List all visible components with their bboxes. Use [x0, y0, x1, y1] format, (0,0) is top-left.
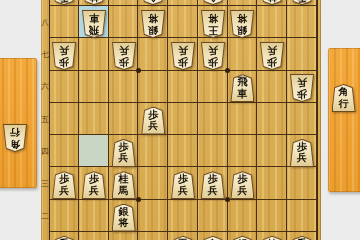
piece-pawn-gote[interactable]: 歩兵 [52, 171, 76, 199]
cell-3八[interactable] [109, 6, 139, 38]
piece-pawn-sente[interactable]: 歩兵 [171, 42, 195, 70]
piece-kanji: 歩兵 [82, 173, 106, 196]
sente-captured-stand[interactable] [0, 58, 37, 188]
piece-pawn-gote[interactable]: 歩兵 [171, 171, 195, 199]
piece-pawn-sente[interactable]: 歩兵 [112, 42, 136, 70]
shogi-app-window: 八七六五四三二香車桂馬金将金将桂馬香車飛車銀将王将銀将歩兵歩兵歩兵歩兵歩兵飛車歩… [0, 0, 360, 240]
piece-kanji: 香車 [52, 0, 76, 3]
rank-label-三: 三 [41, 179, 50, 188]
piece-kanji: 銀将 [230, 13, 254, 36]
piece-rook-sente[interactable]: 飛車 [82, 10, 106, 38]
piece-kanji: 歩兵 [290, 77, 314, 100]
piece-kanji: 歩兵 [290, 141, 314, 164]
rank-label-二: 二 [41, 212, 50, 221]
cell-9二[interactable] [287, 200, 317, 232]
cell-9七[interactable] [287, 38, 317, 70]
piece-silver-sente[interactable]: 銀将 [141, 10, 165, 38]
piece-lance-sente[interactable]: 香車 [52, 0, 76, 5]
piece-silver-gote[interactable]: 銀将 [230, 236, 254, 240]
cell-7七[interactable] [228, 38, 258, 70]
cell-9八[interactable] [287, 6, 317, 38]
piece-pawn-gote[interactable]: 歩兵 [201, 171, 225, 199]
cell-2二[interactable] [79, 200, 109, 232]
cell-7四[interactable] [228, 135, 258, 167]
piece-kanji: 飛車 [230, 76, 254, 99]
cell-2一[interactable] [79, 232, 109, 240]
rank-label-五: 五 [41, 115, 50, 124]
piece-silver-sente[interactable]: 銀将 [230, 10, 254, 38]
cell-4二[interactable] [138, 200, 168, 232]
cell-3五[interactable] [109, 103, 139, 135]
piece-kanji: 歩兵 [201, 45, 225, 68]
piece-kanji: 桂馬 [82, 0, 106, 3]
piece-pawn-gote[interactable]: 歩兵 [141, 107, 165, 135]
cell-1四[interactable] [49, 135, 79, 167]
piece-gold-sente[interactable]: 金将 [201, 0, 225, 5]
piece-kanji: 歩兵 [52, 173, 76, 196]
piece-kanji: 歩兵 [201, 173, 225, 196]
piece-kanji: 角行 [3, 127, 27, 150]
cell-2五[interactable] [79, 103, 109, 135]
cell-5五[interactable] [168, 103, 198, 135]
cell-8八[interactable] [257, 6, 287, 38]
piece-gold-gote[interactable]: 金将 [201, 236, 225, 240]
cell-7五[interactable] [228, 103, 258, 135]
piece-kanji: 歩兵 [171, 173, 195, 196]
cell-8三[interactable] [257, 167, 287, 199]
piece-kanji: 桂馬 [260, 0, 284, 3]
cell-2六[interactable] [79, 71, 109, 103]
piece-bishop-gote[interactable]: 角行 [332, 84, 356, 112]
piece-kanji: 歩兵 [112, 45, 136, 68]
piece-pawn-gote[interactable]: 歩兵 [112, 139, 136, 167]
piece-kanji: 歩兵 [171, 45, 195, 68]
piece-kanji: 銀将 [141, 13, 165, 36]
cell-3一[interactable] [109, 232, 139, 240]
cell-9三[interactable] [287, 167, 317, 199]
cell-8二[interactable] [257, 200, 287, 232]
cell-6五[interactable] [198, 103, 228, 135]
piece-knight-gote[interactable]: 桂馬 [112, 171, 136, 199]
piece-silver-gote[interactable]: 銀将 [112, 204, 136, 232]
cell-5六[interactable] [168, 71, 198, 103]
piece-pawn-sente[interactable]: 歩兵 [260, 42, 284, 70]
piece-pawn-sente[interactable]: 歩兵 [290, 74, 314, 102]
cell-5二[interactable] [168, 200, 198, 232]
piece-kanji: 歩兵 [230, 173, 254, 196]
rank-label-八: 八 [41, 18, 50, 27]
cell-4六[interactable] [138, 71, 168, 103]
piece-kanji: 香車 [290, 0, 314, 3]
piece-kanji: 歩兵 [260, 45, 284, 68]
cell-1八[interactable] [49, 6, 79, 38]
piece-kanji: 歩兵 [112, 141, 136, 164]
piece-knight-sente[interactable]: 桂馬 [260, 0, 284, 5]
cell-1五[interactable] [49, 103, 79, 135]
piece-lance-gote[interactable]: 香車 [52, 236, 76, 240]
piece-bishop-sente[interactable]: 角行 [3, 124, 27, 152]
cell-8六[interactable] [257, 71, 287, 103]
piece-king-sente[interactable]: 王将 [201, 10, 225, 38]
piece-king-gote[interactable]: 玉将 [171, 236, 195, 240]
cell-1二[interactable] [49, 200, 79, 232]
piece-kanji: 歩兵 [141, 109, 165, 132]
cell-6二[interactable] [198, 200, 228, 232]
piece-kanji: 金将 [141, 0, 165, 3]
cell-7二[interactable] [228, 200, 258, 232]
piece-pawn-sente[interactable]: 歩兵 [52, 42, 76, 70]
cell-1六[interactable] [49, 71, 79, 103]
cell-3六[interactable] [109, 71, 139, 103]
cell-5四[interactable] [168, 135, 198, 167]
piece-rook-gote[interactable]: 飛車 [230, 74, 254, 102]
cell-8五[interactable] [257, 103, 287, 135]
piece-gold-sente[interactable]: 金将 [141, 0, 165, 5]
piece-pawn-sente[interactable]: 歩兵 [201, 42, 225, 70]
piece-knight-sente[interactable]: 桂馬 [82, 0, 106, 5]
cell-5八[interactable] [168, 6, 198, 38]
cell-6四[interactable] [198, 135, 228, 167]
piece-kanji: 飛車 [82, 13, 106, 36]
piece-kanji: 金将 [201, 0, 225, 3]
piece-kanji: 桂馬 [112, 173, 136, 196]
cell-4四[interactable] [138, 135, 168, 167]
piece-knight-gote[interactable]: 桂馬 [260, 236, 284, 240]
piece-kanji: 歩兵 [52, 45, 76, 68]
piece-pawn-gote[interactable]: 歩兵 [230, 171, 254, 199]
piece-lance-sente[interactable]: 香車 [290, 0, 314, 5]
piece-pawn-gote[interactable]: 歩兵 [290, 139, 314, 167]
piece-kanji: 銀将 [112, 206, 136, 229]
cell-2七[interactable] [79, 38, 109, 70]
cell-4三[interactable] [138, 167, 168, 199]
cell-4七[interactable] [138, 38, 168, 70]
cell-2四[interactable] [79, 135, 109, 167]
rank-label-七: 七 [41, 50, 50, 59]
rank-label-六: 六 [41, 82, 50, 91]
piece-kanji: 王将 [201, 13, 225, 36]
piece-kanji: 角行 [332, 86, 356, 109]
cell-8四[interactable] [257, 135, 287, 167]
gote-captured-stand[interactable] [328, 48, 360, 192]
cell-9五[interactable] [287, 103, 317, 135]
piece-lance-gote[interactable]: 香車 [290, 236, 314, 240]
cell-6六[interactable] [198, 71, 228, 103]
piece-pawn-gote[interactable]: 歩兵 [82, 171, 106, 199]
rank-label-四: 四 [41, 147, 50, 156]
cell-4一[interactable] [138, 232, 168, 240]
